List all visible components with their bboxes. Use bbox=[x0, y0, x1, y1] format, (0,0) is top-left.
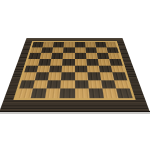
board-square-h3 bbox=[112, 72, 127, 80]
board-square-d1 bbox=[60, 89, 75, 98]
board-square-c3 bbox=[48, 72, 62, 80]
board-square-f2 bbox=[88, 80, 102, 89]
board-square-d3 bbox=[61, 72, 74, 80]
board-square-e1 bbox=[75, 89, 90, 98]
board-square-d2 bbox=[61, 80, 75, 89]
board-square-e4 bbox=[75, 65, 88, 72]
board-inlay-border bbox=[13, 41, 135, 100]
board-square-h4 bbox=[111, 65, 125, 72]
board-square-c1 bbox=[45, 89, 60, 98]
board-square-d4 bbox=[62, 65, 75, 72]
board-square-c2 bbox=[47, 80, 61, 89]
chessboard bbox=[0, 38, 150, 111]
board-bottom-bevel-edge bbox=[0, 111, 150, 114]
board-square-f1 bbox=[88, 89, 103, 98]
board-field bbox=[16, 42, 132, 98]
board-square-f3 bbox=[87, 72, 101, 80]
board-square-f4 bbox=[87, 65, 100, 72]
board-square-b1 bbox=[31, 89, 47, 98]
board-square-c4 bbox=[49, 65, 62, 72]
chessboard-photo bbox=[0, 0, 150, 150]
board-square-h1 bbox=[116, 89, 133, 98]
board-square-e3 bbox=[75, 72, 88, 80]
board-square-b2 bbox=[33, 80, 48, 89]
board-square-h2 bbox=[114, 80, 130, 89]
board-square-e2 bbox=[75, 80, 89, 89]
